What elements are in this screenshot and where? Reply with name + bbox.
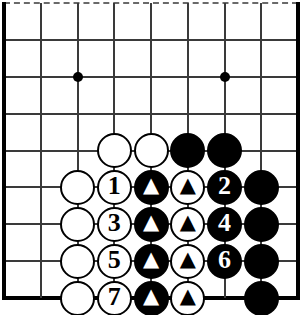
intersection xyxy=(243,0,280,21)
triangle-mark-icon: ▲ xyxy=(143,175,159,196)
intersection xyxy=(0,95,22,132)
intersection: ▲ xyxy=(133,206,170,243)
intersection xyxy=(280,132,300,169)
intersection xyxy=(59,206,96,243)
black-stone xyxy=(244,281,279,315)
white-stone: ▲ xyxy=(170,281,205,315)
intersection xyxy=(280,243,300,280)
white-stone xyxy=(97,133,132,168)
intersection xyxy=(169,95,206,132)
stones-layer: 1▲▲23▲▲45▲▲67▲▲ xyxy=(0,0,300,315)
intersection xyxy=(243,243,280,280)
intersection xyxy=(22,21,59,58)
intersection: 5 xyxy=(96,243,133,280)
intersection xyxy=(243,280,280,315)
white-stone: ▲ xyxy=(170,170,205,205)
intersection xyxy=(280,95,300,132)
intersection xyxy=(280,169,300,206)
intersection xyxy=(169,21,206,58)
intersection: ▲ xyxy=(133,243,170,280)
intersection xyxy=(96,21,133,58)
intersection xyxy=(133,58,170,95)
intersection xyxy=(96,132,133,169)
intersection xyxy=(0,132,22,169)
intersection: 2 xyxy=(206,169,243,206)
intersection: ▲ xyxy=(133,169,170,206)
intersection xyxy=(243,132,280,169)
intersection: 7 xyxy=(96,280,133,315)
intersection xyxy=(133,132,170,169)
white-stone: 3 xyxy=(97,207,132,242)
intersection xyxy=(59,132,96,169)
intersection: ▲ xyxy=(133,280,170,315)
intersection xyxy=(59,0,96,21)
intersection xyxy=(133,0,170,21)
intersection xyxy=(243,58,280,95)
intersection xyxy=(243,21,280,58)
intersection xyxy=(243,95,280,132)
white-stone: 7 xyxy=(97,281,132,315)
intersection xyxy=(243,169,280,206)
intersection xyxy=(22,280,59,315)
move-number: 1 xyxy=(108,173,121,199)
intersection xyxy=(243,206,280,243)
intersection xyxy=(169,132,206,169)
intersection xyxy=(206,132,243,169)
move-number: 3 xyxy=(108,210,121,236)
intersection xyxy=(133,95,170,132)
intersection xyxy=(280,58,300,95)
intersection xyxy=(22,243,59,280)
black-stone: 2 xyxy=(207,170,242,205)
intersection: ▲ xyxy=(169,243,206,280)
triangle-mark-icon: ▲ xyxy=(180,286,196,307)
triangle-mark-icon: ▲ xyxy=(143,286,159,307)
intersection xyxy=(0,58,22,95)
intersection xyxy=(22,169,59,206)
intersection xyxy=(169,58,206,95)
intersection: 4 xyxy=(206,206,243,243)
intersection xyxy=(96,0,133,21)
intersection xyxy=(0,243,22,280)
intersection xyxy=(0,169,22,206)
white-stone xyxy=(60,281,95,315)
move-number: 7 xyxy=(108,284,121,310)
intersection xyxy=(0,21,22,58)
intersection xyxy=(280,280,300,315)
intersection: 1 xyxy=(96,169,133,206)
move-number: 5 xyxy=(108,247,121,273)
intersection xyxy=(22,206,59,243)
intersection: ▲ xyxy=(169,206,206,243)
intersection: 3 xyxy=(96,206,133,243)
intersection xyxy=(133,21,170,58)
intersection xyxy=(280,206,300,243)
intersection xyxy=(59,243,96,280)
go-board: 1▲▲23▲▲45▲▲67▲▲ xyxy=(0,0,300,315)
move-number: 4 xyxy=(218,210,231,236)
white-stone xyxy=(60,244,95,279)
intersection xyxy=(22,132,59,169)
white-stone: 5 xyxy=(97,244,132,279)
intersection xyxy=(206,58,243,95)
intersection xyxy=(96,58,133,95)
intersection xyxy=(280,21,300,58)
black-stone: ▲ xyxy=(134,170,169,205)
move-number: 6 xyxy=(218,247,231,273)
triangle-mark-icon: ▲ xyxy=(143,212,159,233)
triangle-mark-icon: ▲ xyxy=(180,249,196,270)
intersection xyxy=(59,280,96,315)
intersection xyxy=(206,21,243,58)
white-stone: 1 xyxy=(97,170,132,205)
black-stone: 4 xyxy=(207,207,242,242)
black-stone: ▲ xyxy=(134,281,169,315)
intersection xyxy=(59,169,96,206)
intersection xyxy=(206,95,243,132)
intersection xyxy=(206,280,243,315)
intersection xyxy=(22,58,59,95)
move-number: 2 xyxy=(218,173,231,199)
black-stone xyxy=(244,170,279,205)
black-stone: 6 xyxy=(207,244,242,279)
intersection xyxy=(59,58,96,95)
intersection xyxy=(22,95,59,132)
white-stone: ▲ xyxy=(170,207,205,242)
intersection xyxy=(0,280,22,315)
white-stone: ▲ xyxy=(170,244,205,279)
triangle-mark-icon: ▲ xyxy=(180,212,196,233)
black-stone: ▲ xyxy=(134,207,169,242)
black-stone: ▲ xyxy=(134,244,169,279)
white-stone xyxy=(134,133,169,168)
intersection xyxy=(59,95,96,132)
white-stone xyxy=(60,170,95,205)
triangle-mark-icon: ▲ xyxy=(180,175,196,196)
intersection xyxy=(59,21,96,58)
black-stone xyxy=(244,244,279,279)
intersection xyxy=(0,0,22,21)
intersection: ▲ xyxy=(169,280,206,315)
black-stone xyxy=(207,133,242,168)
intersection: ▲ xyxy=(169,169,206,206)
black-stone xyxy=(244,207,279,242)
intersection xyxy=(280,0,300,21)
intersection xyxy=(206,0,243,21)
triangle-mark-icon: ▲ xyxy=(143,249,159,270)
intersection xyxy=(0,206,22,243)
intersection xyxy=(96,95,133,132)
go-diagram: 1▲▲23▲▲45▲▲67▲▲ xyxy=(0,0,300,315)
intersection xyxy=(169,0,206,21)
white-stone xyxy=(60,207,95,242)
intersection: 6 xyxy=(206,243,243,280)
intersection xyxy=(22,0,59,21)
black-stone xyxy=(170,133,205,168)
